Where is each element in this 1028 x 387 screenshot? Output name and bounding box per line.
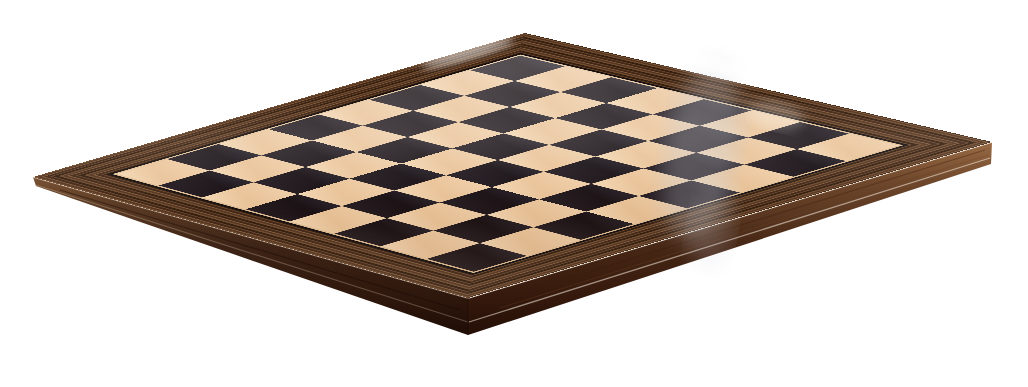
chessboard-product-photo [0, 0, 1028, 387]
